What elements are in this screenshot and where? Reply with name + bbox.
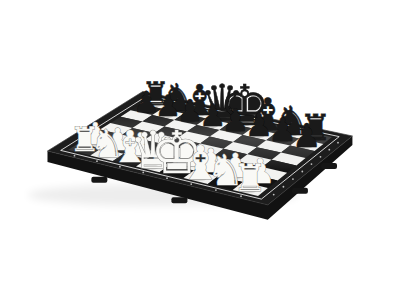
case-foot-tab [321, 163, 337, 169]
case-foot-tab [91, 177, 107, 183]
frame-dot [283, 186, 285, 188]
frame-dot [328, 149, 330, 151]
case-foot-tab [171, 197, 187, 203]
frame-dot [320, 156, 322, 158]
chess-board: ♜♞♝♛♚♝♞♜♟♟♟♟♟♟♟♟♟♟♟♟♟♟♟♟♜♞♝♛♚♝♞♜ [0, 0, 400, 300]
chess-set-product-photo: ♜♞♝♛♚♝♞♜♟♟♟♟♟♟♟♟♟♟♟♟♟♟♟♟♜♞♝♛♚♝♞♜ [0, 0, 400, 300]
frame-dot [292, 178, 294, 180]
frame-dot [311, 163, 313, 165]
frame-dot [273, 194, 275, 196]
case-foot-tab [292, 188, 308, 194]
piece-white-rook-h1: ♜ [233, 156, 267, 200]
frame-dot [337, 142, 339, 144]
frame-dot [301, 171, 303, 173]
piece-black-pawn-h7: ♟ [292, 116, 322, 155]
